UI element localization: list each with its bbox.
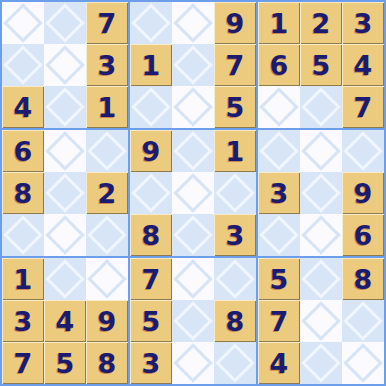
cell-r3c6[interactable]: 5	[214, 86, 258, 130]
cell-r7c5[interactable]	[172, 258, 214, 300]
cell-r3c9[interactable]: 7	[342, 86, 384, 130]
diamond-motif	[173, 301, 213, 341]
diamond-motif	[173, 215, 213, 255]
cell-r4c2[interactable]	[44, 130, 86, 172]
cell-r8c8[interactable]	[300, 300, 342, 342]
cell-r4c6[interactable]: 1	[214, 130, 258, 172]
cell-r6c6[interactable]: 3	[214, 214, 258, 258]
diamond-motif	[87, 259, 127, 299]
diamond-motif	[343, 131, 383, 171]
diamond-motif	[131, 3, 171, 43]
diamond-motif	[45, 87, 85, 127]
diamond-motif	[173, 259, 213, 299]
cell-r7c9[interactable]: 8	[342, 258, 384, 300]
cell-r4c3[interactable]	[86, 130, 130, 172]
diamond-motif	[259, 131, 299, 171]
cell-r6c2[interactable]	[44, 214, 86, 258]
cell-r3c5[interactable]	[172, 86, 214, 130]
cell-r8c3[interactable]: 9	[86, 300, 130, 342]
diamond-motif	[215, 173, 255, 213]
diamond-motif	[3, 3, 43, 43]
diamond-motif	[301, 173, 341, 213]
cell-r2c2[interactable]	[44, 44, 86, 86]
cell-r8c1[interactable]: 3	[2, 300, 44, 342]
cell-r9c2[interactable]: 5	[44, 342, 86, 384]
cell-r9c4[interactable]: 3	[130, 342, 172, 384]
cell-r5c5[interactable]	[172, 172, 214, 214]
sudoku-board: 7912331765441576918239836175834958775834	[0, 0, 386, 386]
cell-r8c9[interactable]	[342, 300, 384, 342]
diamond-motif	[301, 259, 341, 299]
cell-r5c9[interactable]: 9	[342, 172, 384, 214]
cell-r1c9[interactable]: 3	[342, 2, 384, 44]
diamond-motif	[259, 215, 299, 255]
cell-r5c8[interactable]	[300, 172, 342, 214]
cell-r2c4[interactable]: 1	[130, 44, 172, 86]
diamond-motif	[45, 173, 85, 213]
cell-r6c8[interactable]	[300, 214, 342, 258]
cell-r6c9[interactable]: 6	[342, 214, 384, 258]
cell-r7c6[interactable]	[214, 258, 258, 300]
cell-r1c2[interactable]	[44, 2, 86, 44]
diamond-motif	[343, 343, 383, 383]
diamond-motif	[87, 131, 127, 171]
diamond-motif	[301, 87, 341, 127]
diamond-motif	[173, 45, 213, 85]
cell-r7c2[interactable]	[44, 258, 86, 300]
cell-r2c6[interactable]: 7	[214, 44, 258, 86]
diamond-motif	[173, 173, 213, 213]
diamond-motif	[3, 45, 43, 85]
cell-r8c5[interactable]	[172, 300, 214, 342]
cell-r6c7[interactable]	[258, 214, 300, 258]
cell-r6c4[interactable]: 8	[130, 214, 172, 258]
diamond-motif	[301, 343, 341, 383]
diamond-motif	[173, 343, 213, 383]
cell-r4c7[interactable]	[258, 130, 300, 172]
diamond-motif	[173, 131, 213, 171]
cell-r7c3[interactable]	[86, 258, 130, 300]
cell-r4c9[interactable]	[342, 130, 384, 172]
cell-r1c3[interactable]: 7	[86, 2, 130, 44]
cell-r4c8[interactable]	[300, 130, 342, 172]
cell-r2c9[interactable]: 4	[342, 44, 384, 86]
cell-r2c1[interactable]	[2, 44, 44, 86]
cell-r2c8[interactable]: 5	[300, 44, 342, 86]
diamond-motif	[45, 215, 85, 255]
cell-r1c8[interactable]: 2	[300, 2, 342, 44]
cell-r2c5[interactable]	[172, 44, 214, 86]
cell-r1c4[interactable]	[130, 2, 172, 44]
cell-r5c4[interactable]	[130, 172, 172, 214]
cell-r6c5[interactable]	[172, 214, 214, 258]
cell-r9c1[interactable]: 7	[2, 342, 44, 384]
cell-r7c8[interactable]	[300, 258, 342, 300]
cell-r3c4[interactable]	[130, 86, 172, 130]
cell-r1c1[interactable]	[2, 2, 44, 44]
cell-r2c3[interactable]: 3	[86, 44, 130, 86]
cell-r9c8[interactable]	[300, 342, 342, 384]
diamond-motif	[45, 259, 85, 299]
cell-r5c6[interactable]	[214, 172, 258, 214]
diamond-motif	[131, 173, 171, 213]
cell-r3c3[interactable]: 1	[86, 86, 130, 130]
cell-r8c4[interactable]: 5	[130, 300, 172, 342]
cell-r3c7[interactable]	[258, 86, 300, 130]
cell-r9c3[interactable]: 8	[86, 342, 130, 384]
diamond-motif	[173, 87, 213, 127]
cell-r1c7[interactable]: 1	[258, 2, 300, 44]
cell-r9c6[interactable]	[214, 342, 258, 384]
cell-r6c3[interactable]	[86, 214, 130, 258]
diamond-motif	[87, 215, 127, 255]
cell-r1c5[interactable]	[172, 2, 214, 44]
diamond-motif	[215, 259, 255, 299]
cell-r4c5[interactable]	[172, 130, 214, 172]
cell-r3c2[interactable]	[44, 86, 86, 130]
cell-r5c1[interactable]: 8	[2, 172, 44, 214]
cell-r5c7[interactable]: 3	[258, 172, 300, 214]
cell-r8c7[interactable]: 7	[258, 300, 300, 342]
cell-r7c7[interactable]: 5	[258, 258, 300, 300]
diamond-motif	[3, 215, 43, 255]
diamond-motif	[259, 87, 299, 127]
diamond-motif	[173, 3, 213, 43]
cell-r7c4[interactable]: 7	[130, 258, 172, 300]
cell-r1c6[interactable]: 9	[214, 2, 258, 44]
diamond-motif	[215, 343, 255, 383]
cell-r9c7[interactable]: 4	[258, 342, 300, 384]
diamond-motif	[45, 131, 85, 171]
cell-r7c1[interactable]: 1	[2, 258, 44, 300]
cell-r5c3[interactable]: 2	[86, 172, 130, 214]
cell-r4c1[interactable]: 6	[2, 130, 44, 172]
diamond-motif	[45, 45, 85, 85]
cell-r9c9[interactable]	[342, 342, 384, 384]
cell-r8c6[interactable]: 8	[214, 300, 258, 342]
diamond-motif	[301, 215, 341, 255]
cell-r4c4[interactable]: 9	[130, 130, 172, 172]
diamond-motif	[301, 301, 341, 341]
cell-r3c8[interactable]	[300, 86, 342, 130]
diamond-motif	[301, 131, 341, 171]
cell-r5c2[interactable]	[44, 172, 86, 214]
cell-r6c1[interactable]	[2, 214, 44, 258]
cell-r8c2[interactable]: 4	[44, 300, 86, 342]
cell-r9c5[interactable]	[172, 342, 214, 384]
cell-r3c1[interactable]: 4	[2, 86, 44, 130]
diamond-motif	[45, 3, 85, 43]
diamond-motif	[131, 87, 171, 127]
diamond-motif	[343, 301, 383, 341]
cell-r2c7[interactable]: 6	[258, 44, 300, 86]
